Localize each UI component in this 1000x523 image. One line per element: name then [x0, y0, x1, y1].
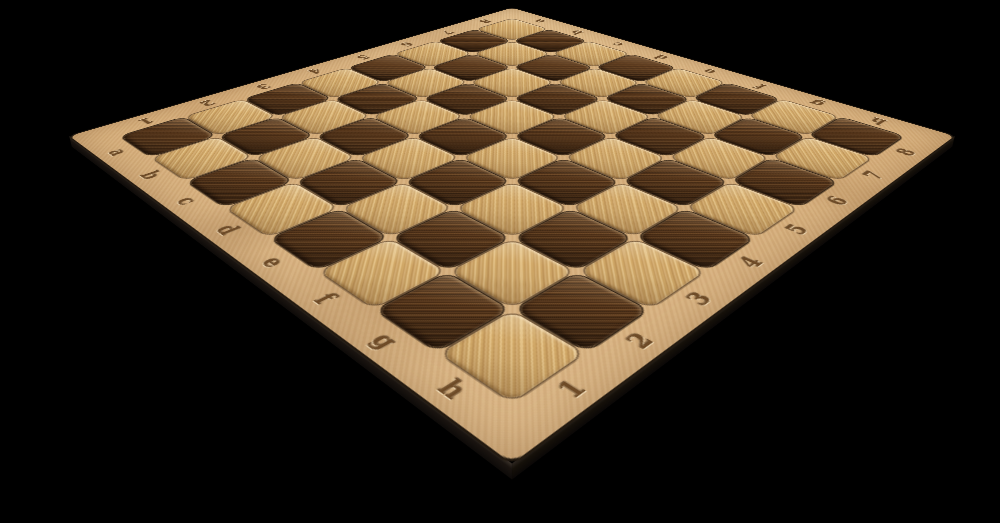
square-g1[interactable] — [376, 273, 509, 352]
square-h2[interactable] — [515, 273, 648, 352]
square-c1[interactable] — [187, 159, 291, 207]
square-d3[interactable] — [359, 137, 458, 180]
square-h6[interactable] — [733, 159, 837, 207]
square-d2[interactable] — [296, 159, 400, 207]
square-b1[interactable] — [152, 137, 251, 180]
square-f5[interactable] — [566, 137, 665, 180]
square-f2[interactable] — [392, 209, 509, 270]
square-f4[interactable] — [514, 159, 618, 207]
square-e3[interactable] — [405, 159, 509, 207]
chess-board: aabbccddeeffgghh1122334455667788 — [69, 8, 954, 464]
square-e1[interactable] — [270, 209, 387, 270]
square-f3[interactable] — [457, 182, 567, 236]
scene: aabbccddeeffgghh1122334455667788 — [0, 0, 1000, 523]
square-g3[interactable] — [515, 209, 632, 270]
square-h5[interactable] — [687, 182, 797, 236]
square-h1[interactable] — [441, 311, 584, 402]
square-d1[interactable] — [226, 182, 336, 236]
square-f1[interactable] — [320, 239, 445, 308]
square-c2[interactable] — [255, 137, 354, 180]
square-g4[interactable] — [572, 182, 682, 236]
square-g2[interactable] — [450, 239, 575, 308]
square-e4[interactable] — [462, 137, 561, 180]
square-g5[interactable] — [623, 159, 727, 207]
squares-grid — [120, 18, 903, 402]
square-g6[interactable] — [669, 137, 768, 180]
square-h3[interactable] — [580, 239, 705, 308]
square-e2[interactable] — [342, 182, 452, 236]
square-h4[interactable] — [637, 209, 754, 270]
square-h7[interactable] — [773, 137, 872, 180]
